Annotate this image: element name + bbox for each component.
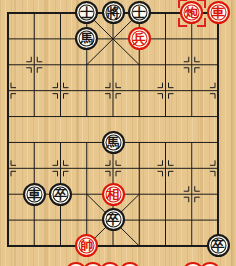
piece-black-horse[interactable]: 馬 xyxy=(75,27,98,50)
xiangqi-board[interactable]: 士將士炮車馬兵馬車卒相卒帥卒 xyxy=(0,0,231,259)
piece-black-soldier[interactable]: 卒 xyxy=(102,208,125,231)
piece-black-soldier[interactable]: 卒 xyxy=(49,183,72,206)
piece-black-advisor[interactable]: 士 xyxy=(75,1,98,24)
piece-red-elephant[interactable]: 相 xyxy=(102,183,125,206)
piece-red-general[interactable]: 帥 xyxy=(75,234,98,257)
piece-black-general[interactable]: 將 xyxy=(102,1,125,24)
piece-black-chariot[interactable]: 車 xyxy=(23,183,46,206)
piece-red-soldier[interactable]: 兵 xyxy=(128,27,151,50)
piece-black-soldier[interactable]: 卒 xyxy=(207,234,230,257)
xiangqi-app: 士將士炮車馬兵馬車卒相卒帥卒 xyxy=(0,0,236,266)
piece-black-horse[interactable]: 馬 xyxy=(102,131,125,154)
piece-red-cannon[interactable]: 炮 xyxy=(180,1,203,24)
piece-black-advisor[interactable]: 士 xyxy=(128,1,151,24)
piece-red-chariot[interactable]: 車 xyxy=(207,1,230,24)
